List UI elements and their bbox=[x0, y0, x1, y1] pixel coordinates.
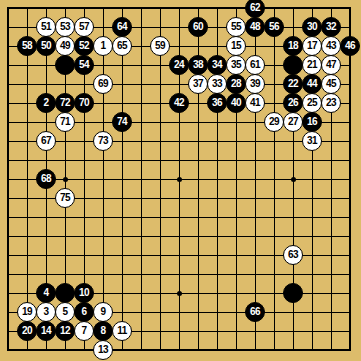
move-number: 59 bbox=[155, 41, 165, 51]
black-stone: 72 bbox=[55, 93, 75, 113]
move-number: 38 bbox=[193, 60, 203, 70]
white-stone: 69 bbox=[93, 74, 113, 94]
move-number: 46 bbox=[345, 41, 355, 51]
go-board: 6251535764605548563032585049521655915181… bbox=[0, 0, 361, 361]
move-number: 15 bbox=[231, 41, 241, 51]
black-stone: 30 bbox=[302, 17, 322, 37]
black-stone: 56 bbox=[264, 17, 284, 37]
black-stone: 74 bbox=[112, 112, 132, 132]
move-number: 7 bbox=[81, 326, 86, 336]
move-number: 28 bbox=[231, 79, 241, 89]
black-stone: 66 bbox=[245, 302, 265, 322]
move-number: 36 bbox=[212, 98, 222, 108]
move-number: 69 bbox=[98, 79, 108, 89]
black-stone: 16 bbox=[302, 112, 322, 132]
white-stone: 45 bbox=[321, 74, 341, 94]
move-number: 63 bbox=[288, 250, 298, 260]
black-stone: 38 bbox=[188, 55, 208, 75]
move-number: 29 bbox=[269, 117, 279, 127]
black-stone: 18 bbox=[283, 36, 303, 56]
black-stone: 40 bbox=[226, 93, 246, 113]
black-stone: 48 bbox=[245, 17, 265, 37]
black-stone: 46 bbox=[340, 36, 360, 56]
move-number: 55 bbox=[231, 22, 241, 32]
move-number: 34 bbox=[212, 60, 222, 70]
move-number: 20 bbox=[22, 326, 32, 336]
star-point bbox=[177, 291, 182, 296]
white-stone: 13 bbox=[93, 340, 113, 360]
black-stone: 42 bbox=[169, 93, 189, 113]
white-stone: 55 bbox=[226, 17, 246, 37]
black-stone: 54 bbox=[74, 55, 94, 75]
move-number: 71 bbox=[60, 117, 70, 127]
black-stone: 24 bbox=[169, 55, 189, 75]
move-number: 75 bbox=[60, 193, 70, 203]
move-number: 25 bbox=[307, 98, 317, 108]
move-number: 37 bbox=[193, 79, 203, 89]
move-number: 41 bbox=[250, 98, 260, 108]
move-number: 54 bbox=[79, 60, 89, 70]
white-stone: 19 bbox=[17, 302, 37, 322]
move-number: 35 bbox=[231, 60, 241, 70]
white-stone: 1 bbox=[93, 36, 113, 56]
move-number: 14 bbox=[41, 326, 51, 336]
white-stone: 73 bbox=[93, 131, 113, 151]
white-stone: 9 bbox=[93, 302, 113, 322]
move-number: 4 bbox=[43, 288, 48, 298]
move-number: 60 bbox=[193, 22, 203, 32]
white-stone: 21 bbox=[302, 55, 322, 75]
move-number: 58 bbox=[22, 41, 32, 51]
white-stone: 31 bbox=[302, 131, 322, 151]
white-stone: 57 bbox=[74, 17, 94, 37]
move-number: 49 bbox=[60, 41, 70, 51]
star-point bbox=[291, 177, 296, 182]
star-point bbox=[63, 177, 68, 182]
white-stone: 63 bbox=[283, 245, 303, 265]
move-number: 23 bbox=[326, 98, 336, 108]
move-number: 70 bbox=[79, 98, 89, 108]
move-number: 39 bbox=[250, 79, 260, 89]
black-stone: 60 bbox=[188, 17, 208, 37]
move-number: 19 bbox=[22, 307, 32, 317]
white-stone: 49 bbox=[55, 36, 75, 56]
black-stone: 26 bbox=[283, 93, 303, 113]
move-number: 8 bbox=[100, 326, 105, 336]
move-number: 67 bbox=[41, 136, 51, 146]
white-stone: 53 bbox=[55, 17, 75, 37]
move-number: 11 bbox=[117, 326, 127, 336]
white-stone: 5 bbox=[55, 302, 75, 322]
white-stone: 35 bbox=[226, 55, 246, 75]
move-number: 21 bbox=[307, 60, 317, 70]
move-number: 9 bbox=[100, 307, 105, 317]
black-stone: 64 bbox=[112, 17, 132, 37]
move-number: 30 bbox=[307, 22, 317, 32]
black-stone bbox=[283, 55, 303, 75]
move-number: 62 bbox=[250, 3, 260, 13]
black-stone: 2 bbox=[36, 93, 56, 113]
white-stone: 3 bbox=[36, 302, 56, 322]
black-stone bbox=[55, 55, 75, 75]
move-number: 47 bbox=[326, 60, 336, 70]
move-number: 42 bbox=[174, 98, 184, 108]
move-number: 5 bbox=[62, 307, 67, 317]
move-number: 44 bbox=[307, 79, 317, 89]
move-number: 27 bbox=[288, 117, 298, 127]
move-number: 40 bbox=[231, 98, 241, 108]
black-stone: 58 bbox=[17, 36, 37, 56]
move-number: 3 bbox=[43, 307, 48, 317]
white-stone: 17 bbox=[302, 36, 322, 56]
star-point bbox=[177, 177, 182, 182]
move-number: 48 bbox=[250, 22, 260, 32]
black-stone: 50 bbox=[36, 36, 56, 56]
black-stone: 36 bbox=[207, 93, 227, 113]
black-stone: 8 bbox=[93, 321, 113, 341]
white-stone: 33 bbox=[207, 74, 227, 94]
move-number: 72 bbox=[60, 98, 70, 108]
black-stone: 20 bbox=[17, 321, 37, 341]
black-stone bbox=[283, 283, 303, 303]
move-number: 64 bbox=[117, 22, 127, 32]
move-number: 22 bbox=[288, 79, 298, 89]
white-stone: 51 bbox=[36, 17, 56, 37]
black-stone: 52 bbox=[74, 36, 94, 56]
white-stone: 27 bbox=[283, 112, 303, 132]
move-number: 31 bbox=[307, 136, 317, 146]
move-number: 56 bbox=[269, 22, 279, 32]
move-number: 26 bbox=[288, 98, 298, 108]
white-stone: 75 bbox=[55, 188, 75, 208]
black-stone: 44 bbox=[302, 74, 322, 94]
white-stone: 65 bbox=[112, 36, 132, 56]
move-number: 16 bbox=[307, 117, 317, 127]
white-stone: 67 bbox=[36, 131, 56, 151]
white-stone: 25 bbox=[302, 93, 322, 113]
black-stone: 12 bbox=[55, 321, 75, 341]
move-number: 17 bbox=[307, 41, 317, 51]
white-stone: 59 bbox=[150, 36, 170, 56]
move-number: 57 bbox=[79, 22, 89, 32]
white-stone: 23 bbox=[321, 93, 341, 113]
move-number: 53 bbox=[60, 22, 70, 32]
move-number: 32 bbox=[326, 22, 336, 32]
white-stone: 43 bbox=[321, 36, 341, 56]
black-stone: 6 bbox=[74, 302, 94, 322]
white-stone: 7 bbox=[74, 321, 94, 341]
white-stone: 39 bbox=[245, 74, 265, 94]
white-stone: 11 bbox=[112, 321, 132, 341]
move-number: 13 bbox=[98, 345, 108, 355]
white-stone: 37 bbox=[188, 74, 208, 94]
move-number: 61 bbox=[250, 60, 260, 70]
move-number: 10 bbox=[79, 288, 89, 298]
black-stone: 22 bbox=[283, 74, 303, 94]
move-number: 65 bbox=[117, 41, 127, 51]
black-stone: 10 bbox=[74, 283, 94, 303]
move-number: 43 bbox=[326, 41, 336, 51]
move-number: 18 bbox=[288, 41, 298, 51]
black-stone: 4 bbox=[36, 283, 56, 303]
move-number: 2 bbox=[43, 98, 48, 108]
move-number: 12 bbox=[60, 326, 70, 336]
black-stone: 28 bbox=[226, 74, 246, 94]
black-stone: 34 bbox=[207, 55, 227, 75]
move-number: 51 bbox=[41, 22, 51, 32]
black-stone: 32 bbox=[321, 17, 341, 37]
white-stone: 71 bbox=[55, 112, 75, 132]
move-number: 50 bbox=[41, 41, 51, 51]
move-number: 33 bbox=[212, 79, 222, 89]
white-stone: 15 bbox=[226, 36, 246, 56]
white-stone: 41 bbox=[245, 93, 265, 113]
move-number: 68 bbox=[41, 174, 51, 184]
move-number: 24 bbox=[174, 60, 184, 70]
move-number: 1 bbox=[100, 41, 105, 51]
move-number: 52 bbox=[79, 41, 89, 51]
move-number: 45 bbox=[326, 79, 336, 89]
move-number: 74 bbox=[117, 117, 127, 127]
black-stone: 70 bbox=[74, 93, 94, 113]
white-stone: 47 bbox=[321, 55, 341, 75]
white-stone: 29 bbox=[264, 112, 284, 132]
black-stone: 68 bbox=[36, 169, 56, 189]
white-stone: 61 bbox=[245, 55, 265, 75]
move-number: 66 bbox=[250, 307, 260, 317]
move-number: 73 bbox=[98, 136, 108, 146]
black-stone bbox=[55, 283, 75, 303]
black-stone: 14 bbox=[36, 321, 56, 341]
move-number: 6 bbox=[81, 307, 86, 317]
